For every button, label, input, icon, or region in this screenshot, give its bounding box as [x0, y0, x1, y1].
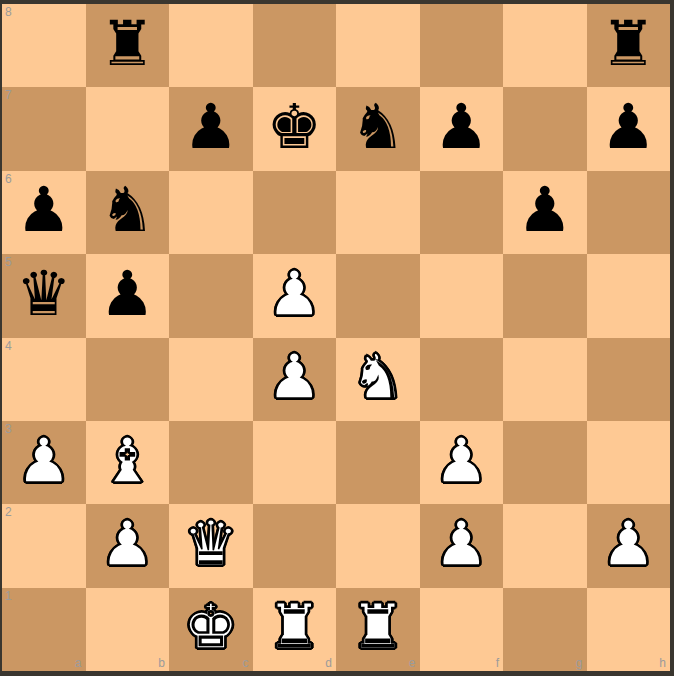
square-c7[interactable]: ♟ — [169, 87, 253, 170]
white-queen-icon[interactable]: ♛ — [183, 513, 239, 575]
square-a3[interactable]: 3♟ — [2, 421, 86, 504]
white-pawn-icon[interactable]: ♟ — [433, 513, 489, 575]
square-b8[interactable]: ♜ — [86, 4, 170, 87]
square-d5[interactable]: ♟ — [253, 254, 337, 337]
square-g3[interactable] — [503, 421, 587, 504]
square-a5[interactable]: 5♛ — [2, 254, 86, 337]
square-d2[interactable] — [253, 504, 337, 587]
white-rook-icon[interactable]: ♜ — [350, 596, 406, 658]
white-pawn-icon[interactable]: ♟ — [16, 430, 72, 492]
square-h4[interactable] — [587, 338, 671, 421]
square-h3[interactable] — [587, 421, 671, 504]
square-a6[interactable]: 6♟ — [2, 171, 86, 254]
square-e7[interactable]: ♞ — [336, 87, 420, 170]
square-a2[interactable]: 2 — [2, 504, 86, 587]
white-bishop-icon[interactable]: ♝ — [99, 430, 155, 492]
square-h1[interactable]: h — [587, 588, 671, 671]
file-label-h: h — [659, 657, 666, 669]
square-h7[interactable]: ♟ — [587, 87, 671, 170]
square-a7[interactable]: 7 — [2, 87, 86, 170]
square-f1[interactable]: f — [420, 588, 504, 671]
square-f6[interactable] — [420, 171, 504, 254]
white-pawn-icon[interactable]: ♟ — [433, 430, 489, 492]
square-b5[interactable]: ♟ — [86, 254, 170, 337]
file-label-g: g — [576, 657, 583, 669]
black-queen-icon[interactable]: ♛ — [16, 263, 72, 325]
square-f5[interactable] — [420, 254, 504, 337]
square-c4[interactable] — [169, 338, 253, 421]
square-c8[interactable] — [169, 4, 253, 87]
square-e3[interactable] — [336, 421, 420, 504]
black-pawn-icon[interactable]: ♟ — [16, 179, 72, 241]
white-pawn-icon[interactable]: ♟ — [99, 513, 155, 575]
file-label-e: e — [409, 657, 416, 669]
square-e4[interactable]: ♞ — [336, 338, 420, 421]
square-e5[interactable] — [336, 254, 420, 337]
square-g4[interactable] — [503, 338, 587, 421]
square-b6[interactable]: ♞ — [86, 171, 170, 254]
square-b1[interactable]: b — [86, 588, 170, 671]
square-c3[interactable] — [169, 421, 253, 504]
square-g2[interactable] — [503, 504, 587, 587]
file-label-d: d — [325, 657, 332, 669]
square-c6[interactable] — [169, 171, 253, 254]
white-pawn-icon[interactable]: ♟ — [600, 513, 656, 575]
square-b4[interactable] — [86, 338, 170, 421]
rank-label-8: 8 — [5, 6, 12, 18]
black-pawn-icon[interactable]: ♟ — [183, 96, 239, 158]
black-pawn-icon[interactable]: ♟ — [517, 179, 573, 241]
square-a1[interactable]: 1a — [2, 588, 86, 671]
square-d3[interactable] — [253, 421, 337, 504]
black-rook-icon[interactable]: ♜ — [99, 13, 155, 75]
square-h8[interactable]: ♜ — [587, 4, 671, 87]
black-king-icon[interactable]: ♚ — [266, 96, 322, 158]
black-pawn-icon[interactable]: ♟ — [433, 96, 489, 158]
rank-label-3: 3 — [5, 423, 12, 435]
file-label-c: c — [243, 657, 249, 669]
rank-label-1: 1 — [5, 590, 12, 602]
square-e6[interactable] — [336, 171, 420, 254]
square-e1[interactable]: e♜ — [336, 588, 420, 671]
rank-label-7: 7 — [5, 89, 12, 101]
square-h2[interactable]: ♟ — [587, 504, 671, 587]
rank-label-5: 5 — [5, 256, 12, 268]
square-c5[interactable] — [169, 254, 253, 337]
square-g5[interactable] — [503, 254, 587, 337]
white-knight-icon[interactable]: ♞ — [350, 346, 406, 408]
white-pawn-icon[interactable]: ♟ — [266, 346, 322, 408]
file-label-a: a — [75, 657, 82, 669]
chess-board: 8♜♜7♟♚♞♟♟6♟♞♟5♛♟♟4♟♞3♟♝♟2♟♛♟♟1abc♚d♜e♜fg… — [2, 4, 670, 671]
square-f8[interactable] — [420, 4, 504, 87]
black-knight-icon[interactable]: ♞ — [99, 179, 155, 241]
black-pawn-icon[interactable]: ♟ — [99, 263, 155, 325]
chess-board-frame: 8♜♜7♟♚♞♟♟6♟♞♟5♛♟♟4♟♞3♟♝♟2♟♛♟♟1abc♚d♜e♜fg… — [0, 0, 674, 676]
square-h6[interactable] — [587, 171, 671, 254]
rank-label-4: 4 — [5, 340, 12, 352]
square-d6[interactable] — [253, 171, 337, 254]
square-h5[interactable] — [587, 254, 671, 337]
black-knight-icon[interactable]: ♞ — [350, 96, 406, 158]
black-rook-icon[interactable]: ♜ — [600, 13, 656, 75]
square-e8[interactable] — [336, 4, 420, 87]
square-a8[interactable]: 8 — [2, 4, 86, 87]
square-g8[interactable] — [503, 4, 587, 87]
white-king-icon[interactable]: ♚ — [183, 596, 239, 658]
square-a4[interactable]: 4 — [2, 338, 86, 421]
square-e2[interactable] — [336, 504, 420, 587]
square-d7[interactable]: ♚ — [253, 87, 337, 170]
square-b7[interactable] — [86, 87, 170, 170]
square-c1[interactable]: c♚ — [169, 588, 253, 671]
square-f2[interactable]: ♟ — [420, 504, 504, 587]
rank-label-2: 2 — [5, 506, 12, 518]
square-f3[interactable]: ♟ — [420, 421, 504, 504]
square-c2[interactable]: ♛ — [169, 504, 253, 587]
square-b2[interactable]: ♟ — [86, 504, 170, 587]
square-d1[interactable]: d♜ — [253, 588, 337, 671]
square-f7[interactable]: ♟ — [420, 87, 504, 170]
square-g6[interactable]: ♟ — [503, 171, 587, 254]
square-g1[interactable]: g — [503, 588, 587, 671]
square-f4[interactable] — [420, 338, 504, 421]
white-pawn-icon[interactable]: ♟ — [266, 263, 322, 325]
white-rook-icon[interactable]: ♜ — [266, 596, 322, 658]
square-d8[interactable] — [253, 4, 337, 87]
square-d4[interactable]: ♟ — [253, 338, 337, 421]
square-b3[interactable]: ♝ — [86, 421, 170, 504]
file-label-f: f — [496, 657, 499, 669]
black-pawn-icon[interactable]: ♟ — [600, 96, 656, 158]
rank-label-6: 6 — [5, 173, 12, 185]
square-g7[interactable] — [503, 87, 587, 170]
file-label-b: b — [158, 657, 165, 669]
